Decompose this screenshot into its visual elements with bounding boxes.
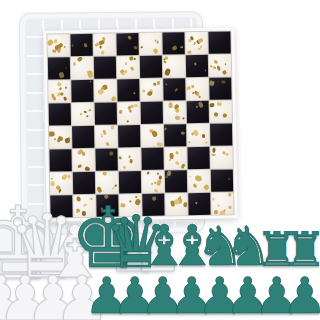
teal-pawn: ♟ bbox=[283, 271, 320, 320]
pieces-layer: ♚♛♝♟♟♚♛♝♝♞♞♜♜♟♟♟♟♟♟♟♟♟♟♟♟ bbox=[0, 0, 320, 320]
chess-set-product-photo: ♚♛♝♟♟♚♛♝♝♞♞♜♜♟♟♟♟♟♟♟♟♟♟♟♟ bbox=[0, 0, 320, 320]
teal-rook: ♜ bbox=[283, 225, 320, 273]
